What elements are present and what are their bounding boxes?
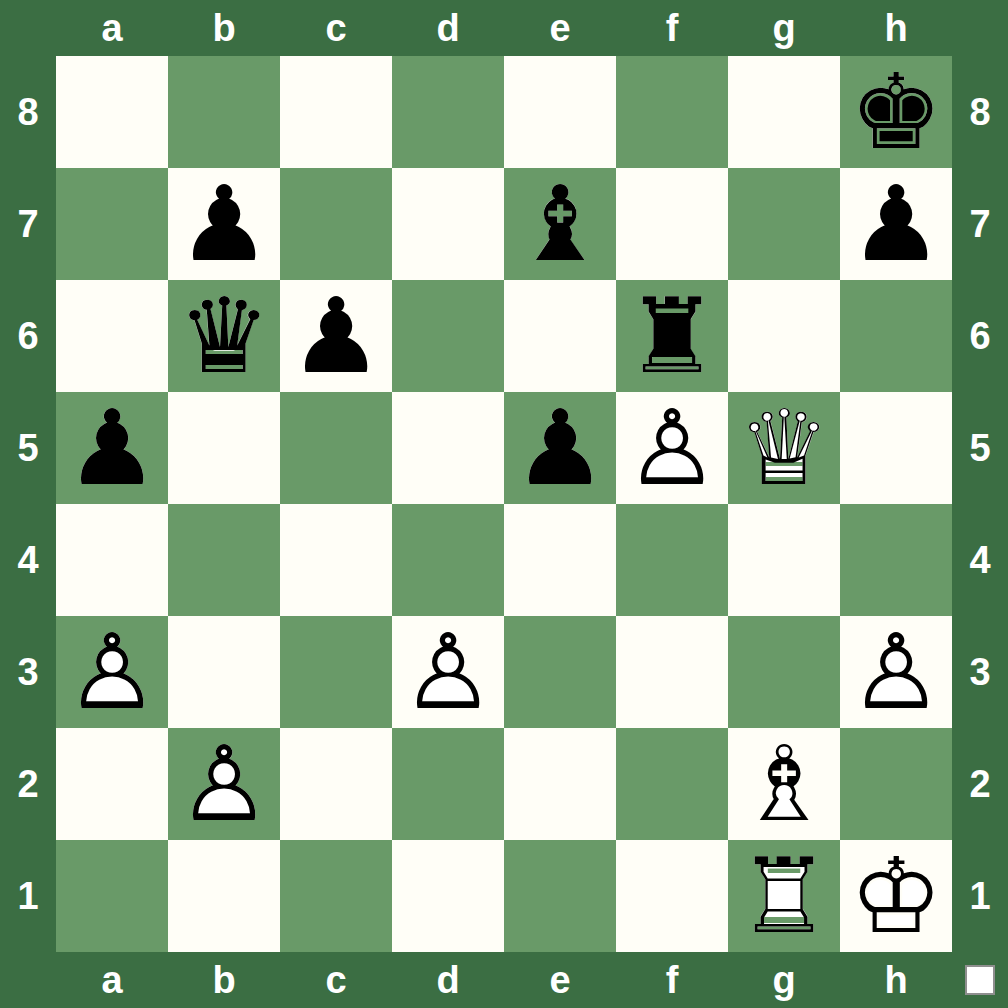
square-d8[interactable] bbox=[392, 56, 504, 168]
piece-black-king[interactable]: ♔♚ bbox=[840, 56, 952, 168]
square-h1[interactable]: ♚♔ bbox=[840, 840, 952, 952]
black-pawn-outline-layer: ♟ bbox=[840, 168, 952, 280]
square-h7[interactable]: ♙♟ bbox=[840, 168, 952, 280]
square-b8[interactable] bbox=[168, 56, 280, 168]
square-c7[interactable] bbox=[280, 168, 392, 280]
square-g5[interactable]: ♛♕ bbox=[728, 392, 840, 504]
square-a3[interactable]: ♟♙ bbox=[56, 616, 168, 728]
square-b2[interactable]: ♟♙ bbox=[168, 728, 280, 840]
square-f8[interactable] bbox=[616, 56, 728, 168]
square-c3[interactable] bbox=[280, 616, 392, 728]
rank-label-right-6: 6 bbox=[952, 280, 1008, 392]
rank-label-right-7: 7 bbox=[952, 168, 1008, 280]
square-g7[interactable] bbox=[728, 168, 840, 280]
piece-black-bishop[interactable]: ♗♝ bbox=[504, 168, 616, 280]
piece-black-pawn[interactable]: ♙♟ bbox=[504, 392, 616, 504]
file-label-bottom-a: a bbox=[56, 952, 168, 1008]
file-label-top-a: a bbox=[56, 0, 168, 56]
piece-black-pawn[interactable]: ♙♟ bbox=[168, 168, 280, 280]
file-label-top-f: f bbox=[616, 0, 728, 56]
file-label-bottom-d: d bbox=[392, 952, 504, 1008]
white-pawn-outline-layer: ♙ bbox=[392, 616, 504, 728]
piece-white-pawn[interactable]: ♟♙ bbox=[56, 616, 168, 728]
piece-black-pawn[interactable]: ♙♟ bbox=[56, 392, 168, 504]
file-label-bottom-c: c bbox=[280, 952, 392, 1008]
white-pawn-outline-layer: ♙ bbox=[840, 616, 952, 728]
rank-label-right-2: 2 bbox=[952, 728, 1008, 840]
black-pawn-outline-layer: ♟ bbox=[56, 392, 168, 504]
file-label-top-b: b bbox=[168, 0, 280, 56]
black-bishop-outline-layer: ♝ bbox=[504, 168, 616, 280]
rank-label-left-1: 1 bbox=[0, 840, 56, 952]
square-e3[interactable] bbox=[504, 616, 616, 728]
piece-black-pawn[interactable]: ♙♟ bbox=[280, 280, 392, 392]
square-b4[interactable] bbox=[168, 504, 280, 616]
square-a1[interactable] bbox=[56, 840, 168, 952]
rank-label-left-6: 6 bbox=[0, 280, 56, 392]
black-rook-outline-layer: ♜ bbox=[616, 280, 728, 392]
black-pawn-outline-layer: ♟ bbox=[280, 280, 392, 392]
file-label-top-d: d bbox=[392, 0, 504, 56]
square-c5[interactable] bbox=[280, 392, 392, 504]
square-a5[interactable]: ♙♟ bbox=[56, 392, 168, 504]
piece-white-pawn[interactable]: ♟♙ bbox=[168, 728, 280, 840]
file-label-top-e: e bbox=[504, 0, 616, 56]
rank-label-right-3: 3 bbox=[952, 616, 1008, 728]
white-bishop-outline-layer: ♗ bbox=[728, 728, 840, 840]
square-c6[interactable]: ♙♟ bbox=[280, 280, 392, 392]
square-f6[interactable]: ♖♜ bbox=[616, 280, 728, 392]
white-pawn-outline-layer: ♙ bbox=[616, 392, 728, 504]
rank-label-left-7: 7 bbox=[0, 168, 56, 280]
square-d4[interactable] bbox=[392, 504, 504, 616]
square-b3[interactable] bbox=[168, 616, 280, 728]
square-b6[interactable]: ♕♛ bbox=[168, 280, 280, 392]
square-h8[interactable]: ♔♚ bbox=[840, 56, 952, 168]
black-queen-outline-layer: ♛ bbox=[168, 280, 280, 392]
rank-label-right-8: 8 bbox=[952, 56, 1008, 168]
piece-black-queen[interactable]: ♕♛ bbox=[168, 280, 280, 392]
square-b7[interactable]: ♙♟ bbox=[168, 168, 280, 280]
square-e4[interactable] bbox=[504, 504, 616, 616]
square-d5[interactable] bbox=[392, 392, 504, 504]
square-f5[interactable]: ♟♙ bbox=[616, 392, 728, 504]
rank-label-right-4: 4 bbox=[952, 504, 1008, 616]
square-a6[interactable] bbox=[56, 280, 168, 392]
piece-white-pawn[interactable]: ♟♙ bbox=[392, 616, 504, 728]
square-d1[interactable] bbox=[392, 840, 504, 952]
rank-label-left-2: 2 bbox=[0, 728, 56, 840]
file-label-bottom-b: b bbox=[168, 952, 280, 1008]
square-d7[interactable] bbox=[392, 168, 504, 280]
file-label-top-c: c bbox=[280, 0, 392, 56]
square-a2[interactable] bbox=[56, 728, 168, 840]
file-label-bottom-h: h bbox=[840, 952, 952, 1008]
square-g3[interactable] bbox=[728, 616, 840, 728]
piece-white-rook[interactable]: ♜♖ bbox=[728, 840, 840, 952]
square-e1[interactable] bbox=[504, 840, 616, 952]
rank-label-left-3: 3 bbox=[0, 616, 56, 728]
square-d2[interactable] bbox=[392, 728, 504, 840]
square-e5[interactable]: ♙♟ bbox=[504, 392, 616, 504]
corner-top-left bbox=[0, 0, 56, 56]
square-f3[interactable] bbox=[616, 616, 728, 728]
square-g2[interactable]: ♝♗ bbox=[728, 728, 840, 840]
file-label-bottom-f: f bbox=[616, 952, 728, 1008]
piece-black-rook[interactable]: ♖♜ bbox=[616, 280, 728, 392]
square-b5[interactable] bbox=[168, 392, 280, 504]
white-pawn-outline-layer: ♙ bbox=[56, 616, 168, 728]
square-f1[interactable] bbox=[616, 840, 728, 952]
square-h2[interactable] bbox=[840, 728, 952, 840]
piece-white-bishop[interactable]: ♝♗ bbox=[728, 728, 840, 840]
black-king-outline-layer: ♚ bbox=[840, 56, 952, 168]
square-c8[interactable] bbox=[280, 56, 392, 168]
square-e2[interactable] bbox=[504, 728, 616, 840]
square-e6[interactable] bbox=[504, 280, 616, 392]
piece-white-queen[interactable]: ♛♕ bbox=[728, 392, 840, 504]
square-h6[interactable] bbox=[840, 280, 952, 392]
square-g8[interactable] bbox=[728, 56, 840, 168]
black-pawn-outline-layer: ♟ bbox=[168, 168, 280, 280]
piece-black-pawn[interactable]: ♙♟ bbox=[840, 168, 952, 280]
square-h5[interactable] bbox=[840, 392, 952, 504]
file-label-top-g: g bbox=[728, 0, 840, 56]
rank-label-left-8: 8 bbox=[0, 56, 56, 168]
square-e8[interactable] bbox=[504, 56, 616, 168]
white-king-outline-layer: ♔ bbox=[840, 840, 952, 952]
rank-label-left-5: 5 bbox=[0, 392, 56, 504]
square-c4[interactable] bbox=[280, 504, 392, 616]
white-to-move-indicator bbox=[965, 965, 995, 995]
white-pawn-outline-layer: ♙ bbox=[168, 728, 280, 840]
corner-top-right bbox=[952, 0, 1008, 56]
square-f4[interactable] bbox=[616, 504, 728, 616]
chess-board-frame: abcdefgh8♔♚87♙♟♗♝♙♟76♕♛♙♟♖♜65♙♟♙♟♟♙♛♕544… bbox=[0, 0, 1008, 1008]
rank-label-right-5: 5 bbox=[952, 392, 1008, 504]
square-h4[interactable] bbox=[840, 504, 952, 616]
file-label-top-h: h bbox=[840, 0, 952, 56]
piece-white-king[interactable]: ♚♔ bbox=[840, 840, 952, 952]
square-d3[interactable]: ♟♙ bbox=[392, 616, 504, 728]
white-queen-outline-layer: ♕ bbox=[728, 392, 840, 504]
square-g6[interactable] bbox=[728, 280, 840, 392]
square-a7[interactable] bbox=[56, 168, 168, 280]
square-g4[interactable] bbox=[728, 504, 840, 616]
square-h3[interactable]: ♟♙ bbox=[840, 616, 952, 728]
corner-bottom-right bbox=[952, 952, 1008, 1008]
square-c2[interactable] bbox=[280, 728, 392, 840]
square-c1[interactable] bbox=[280, 840, 392, 952]
square-d6[interactable] bbox=[392, 280, 504, 392]
file-label-bottom-e: e bbox=[504, 952, 616, 1008]
square-e7[interactable]: ♗♝ bbox=[504, 168, 616, 280]
black-pawn-outline-layer: ♟ bbox=[504, 392, 616, 504]
square-a4[interactable] bbox=[56, 504, 168, 616]
square-f2[interactable] bbox=[616, 728, 728, 840]
square-b1[interactable] bbox=[168, 840, 280, 952]
white-rook-outline-layer: ♖ bbox=[728, 840, 840, 952]
file-label-bottom-g: g bbox=[728, 952, 840, 1008]
square-f7[interactable] bbox=[616, 168, 728, 280]
square-g1[interactable]: ♜♖ bbox=[728, 840, 840, 952]
rank-label-right-1: 1 bbox=[952, 840, 1008, 952]
piece-white-pawn[interactable]: ♟♙ bbox=[616, 392, 728, 504]
piece-white-pawn[interactable]: ♟♙ bbox=[840, 616, 952, 728]
rank-label-left-4: 4 bbox=[0, 504, 56, 616]
corner-bottom-left bbox=[0, 952, 56, 1008]
square-a8[interactable] bbox=[56, 56, 168, 168]
